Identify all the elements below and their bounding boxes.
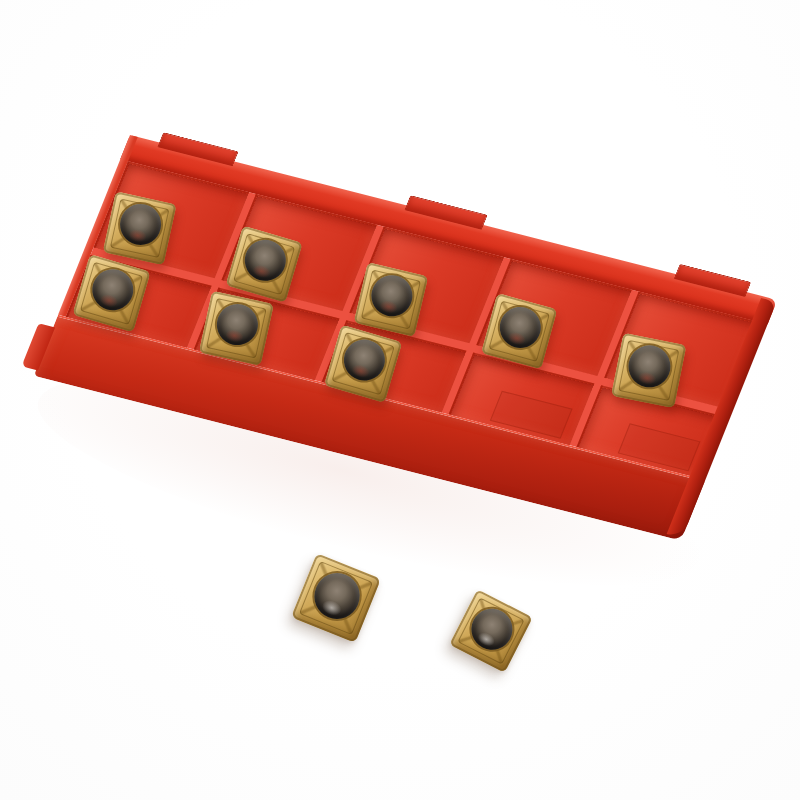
product-photo-stage bbox=[0, 0, 800, 800]
insert-center-hole bbox=[240, 235, 291, 286]
carbide-insert bbox=[449, 589, 532, 672]
insert-center-hole bbox=[338, 334, 390, 386]
carbide-insert bbox=[611, 333, 686, 408]
insert-center-hole bbox=[367, 271, 416, 320]
insert-center-hole bbox=[625, 342, 675, 392]
carbide-insert bbox=[103, 191, 177, 265]
carbide-insert bbox=[199, 291, 274, 366]
insert-center-hole bbox=[495, 302, 545, 352]
insert-center-hole bbox=[87, 264, 139, 316]
insert-center-hole bbox=[307, 566, 366, 625]
carbide-insert bbox=[291, 553, 381, 643]
insert-center-hole bbox=[464, 602, 519, 657]
insert-center-hole bbox=[116, 200, 165, 249]
insert-center-hole bbox=[212, 300, 261, 349]
